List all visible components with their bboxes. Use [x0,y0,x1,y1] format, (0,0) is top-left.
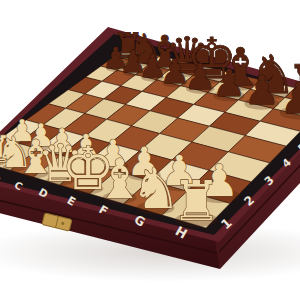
black-pawn-h7[interactable]: ♟ [280,74,300,123]
chess-set-photo: ABCDEFGH12345678♜♞♝♟♟♛♟♚♟♝♟♞♟♜♟♟♟♟♟♟♜♞♟♝… [0,0,300,300]
black-pawn-g7[interactable]: ♟ [244,67,280,113]
white-rook-h1[interactable]: ♜ [172,169,221,233]
chess-board: ABCDEFGH12345678♜♞♝♟♟♛♟♚♟♝♟♞♟♜♟♟♟♟♟♟♜♞♟♝… [0,0,300,300]
black-pawn-f7[interactable]: ♟ [212,61,246,105]
